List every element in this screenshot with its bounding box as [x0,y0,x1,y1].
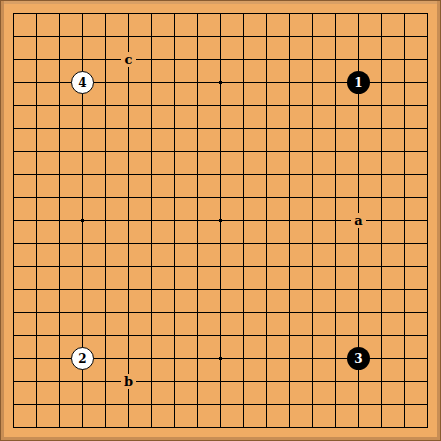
intersection-T5[interactable] [416,324,439,347]
intersection-J11[interactable] [186,186,209,209]
intersection-Q11[interactable] [347,186,370,209]
intersection-O11[interactable] [301,186,324,209]
intersection-G1[interactable] [140,416,163,439]
intersection-D3[interactable] [71,370,94,393]
intersection-J18[interactable] [186,25,209,48]
intersection-N5[interactable] [278,324,301,347]
intersection-H5[interactable] [163,324,186,347]
intersection-Q9[interactable] [347,232,370,255]
intersection-A5[interactable] [2,324,25,347]
intersection-P4[interactable] [324,347,347,370]
intersection-B11[interactable] [25,186,48,209]
intersection-C7[interactable] [48,278,71,301]
intersection-P3[interactable] [324,370,347,393]
intersection-S17[interactable] [393,48,416,71]
intersection-H1[interactable] [163,416,186,439]
intersection-B2[interactable] [25,393,48,416]
intersection-M18[interactable] [255,25,278,48]
intersection-A6[interactable] [2,301,25,324]
intersection-C9[interactable] [48,232,71,255]
intersection-P10[interactable] [324,209,347,232]
intersection-E1[interactable] [94,416,117,439]
intersection-J5[interactable] [186,324,209,347]
intersection-T15[interactable] [416,94,439,117]
intersection-S18[interactable] [393,25,416,48]
intersection-M9[interactable] [255,232,278,255]
intersection-K17[interactable] [209,48,232,71]
intersection-D10[interactable] [71,209,94,232]
intersection-T2[interactable] [416,393,439,416]
intersection-T6[interactable] [416,301,439,324]
intersection-A9[interactable] [2,232,25,255]
intersection-S19[interactable] [393,2,416,25]
intersection-P19[interactable] [324,2,347,25]
intersection-L16[interactable] [232,71,255,94]
intersection-P1[interactable] [324,416,347,439]
intersection-L17[interactable] [232,48,255,71]
intersection-O18[interactable] [301,25,324,48]
intersection-N11[interactable] [278,186,301,209]
intersection-F19[interactable] [117,2,140,25]
intersection-S12[interactable] [393,163,416,186]
intersection-R10[interactable] [370,209,393,232]
intersection-Q1[interactable] [347,416,370,439]
intersection-F5[interactable] [117,324,140,347]
intersection-B4[interactable] [25,347,48,370]
intersection-L8[interactable] [232,255,255,278]
intersection-S3[interactable] [393,370,416,393]
intersection-S10[interactable] [393,209,416,232]
intersection-E6[interactable] [94,301,117,324]
intersection-A11[interactable] [2,186,25,209]
intersection-O4[interactable] [301,347,324,370]
intersection-G14[interactable] [140,117,163,140]
intersection-J8[interactable] [186,255,209,278]
intersection-D12[interactable] [71,163,94,186]
intersection-H13[interactable] [163,140,186,163]
intersection-G5[interactable] [140,324,163,347]
intersection-A12[interactable] [2,163,25,186]
intersection-S15[interactable] [393,94,416,117]
intersection-M2[interactable] [255,393,278,416]
intersection-F14[interactable] [117,117,140,140]
intersection-F9[interactable] [117,232,140,255]
intersection-T14[interactable] [416,117,439,140]
intersection-L5[interactable] [232,324,255,347]
intersection-A15[interactable] [2,94,25,117]
intersection-E5[interactable] [94,324,117,347]
intersection-B15[interactable] [25,94,48,117]
intersection-H10[interactable] [163,209,186,232]
intersection-S7[interactable] [393,278,416,301]
intersection-M16[interactable] [255,71,278,94]
intersection-O14[interactable] [301,117,324,140]
mark-a[interactable]: a [351,213,366,228]
intersection-N15[interactable] [278,94,301,117]
intersection-T3[interactable] [416,370,439,393]
intersection-H17[interactable] [163,48,186,71]
intersection-K14[interactable] [209,117,232,140]
intersection-D15[interactable] [71,94,94,117]
intersection-N7[interactable] [278,278,301,301]
intersection-M1[interactable] [255,416,278,439]
intersection-Q3[interactable] [347,370,370,393]
intersection-N4[interactable] [278,347,301,370]
intersection-A13[interactable] [2,140,25,163]
intersection-S4[interactable] [393,347,416,370]
intersection-L4[interactable] [232,347,255,370]
intersection-K19[interactable] [209,2,232,25]
intersection-G9[interactable] [140,232,163,255]
intersection-L15[interactable] [232,94,255,117]
intersection-J3[interactable] [186,370,209,393]
intersection-B17[interactable] [25,48,48,71]
intersection-S8[interactable] [393,255,416,278]
intersection-N8[interactable] [278,255,301,278]
intersection-N13[interactable] [278,140,301,163]
intersection-A16[interactable] [2,71,25,94]
intersection-L14[interactable] [232,117,255,140]
intersection-Q19[interactable] [347,2,370,25]
intersection-R15[interactable] [370,94,393,117]
intersection-H16[interactable] [163,71,186,94]
intersection-Q7[interactable] [347,278,370,301]
intersection-C11[interactable] [48,186,71,209]
intersection-T18[interactable] [416,25,439,48]
intersection-M13[interactable] [255,140,278,163]
intersection-C17[interactable] [48,48,71,71]
intersection-H9[interactable] [163,232,186,255]
intersection-J9[interactable] [186,232,209,255]
intersection-F7[interactable] [117,278,140,301]
intersection-T16[interactable] [416,71,439,94]
intersection-E13[interactable] [94,140,117,163]
intersection-S6[interactable] [393,301,416,324]
intersection-F12[interactable] [117,163,140,186]
intersection-J2[interactable] [186,393,209,416]
intersection-N14[interactable] [278,117,301,140]
intersection-H18[interactable] [163,25,186,48]
intersection-Q2[interactable] [347,393,370,416]
intersection-P7[interactable] [324,278,347,301]
intersection-M10[interactable] [255,209,278,232]
intersection-R19[interactable] [370,2,393,25]
intersection-E8[interactable] [94,255,117,278]
intersection-N2[interactable] [278,393,301,416]
intersection-N16[interactable] [278,71,301,94]
intersection-T10[interactable] [416,209,439,232]
intersection-Q6[interactable] [347,301,370,324]
intersection-B6[interactable] [25,301,48,324]
intersection-M5[interactable] [255,324,278,347]
intersection-O5[interactable] [301,324,324,347]
intersection-M4[interactable] [255,347,278,370]
intersection-O1[interactable] [301,416,324,439]
intersection-G13[interactable] [140,140,163,163]
intersection-Q18[interactable] [347,25,370,48]
intersection-L10[interactable] [232,209,255,232]
intersection-R3[interactable] [370,370,393,393]
intersection-B3[interactable] [25,370,48,393]
intersection-K13[interactable] [209,140,232,163]
intersection-G12[interactable] [140,163,163,186]
intersection-T13[interactable] [416,140,439,163]
intersection-B7[interactable] [25,278,48,301]
intersection-A19[interactable] [2,2,25,25]
intersection-D9[interactable] [71,232,94,255]
intersection-L9[interactable] [232,232,255,255]
intersection-Q15[interactable] [347,94,370,117]
intersection-M6[interactable] [255,301,278,324]
intersection-S1[interactable] [393,416,416,439]
intersection-P17[interactable] [324,48,347,71]
intersection-D7[interactable] [71,278,94,301]
intersection-B12[interactable] [25,163,48,186]
intersection-J6[interactable] [186,301,209,324]
intersection-E10[interactable] [94,209,117,232]
intersection-C14[interactable] [48,117,71,140]
intersection-P5[interactable] [324,324,347,347]
intersection-P16[interactable] [324,71,347,94]
intersection-A10[interactable] [2,209,25,232]
intersection-H14[interactable] [163,117,186,140]
intersection-K4[interactable] [209,347,232,370]
intersection-C16[interactable] [48,71,71,94]
intersection-E9[interactable] [94,232,117,255]
intersection-E4[interactable] [94,347,117,370]
intersection-D14[interactable] [71,117,94,140]
intersection-E17[interactable] [94,48,117,71]
intersection-C12[interactable] [48,163,71,186]
intersection-D18[interactable] [71,25,94,48]
intersection-N9[interactable] [278,232,301,255]
intersection-C4[interactable] [48,347,71,370]
intersection-E12[interactable] [94,163,117,186]
intersection-S14[interactable] [393,117,416,140]
intersection-T19[interactable] [416,2,439,25]
intersection-L13[interactable] [232,140,255,163]
intersection-R12[interactable] [370,163,393,186]
intersection-J19[interactable] [186,2,209,25]
intersection-T4[interactable] [416,347,439,370]
intersection-O15[interactable] [301,94,324,117]
intersection-R1[interactable] [370,416,393,439]
intersection-N12[interactable] [278,163,301,186]
intersection-H11[interactable] [163,186,186,209]
intersection-P11[interactable] [324,186,347,209]
intersection-K12[interactable] [209,163,232,186]
intersection-R18[interactable] [370,25,393,48]
intersection-L11[interactable] [232,186,255,209]
intersection-F11[interactable] [117,186,140,209]
intersection-P2[interactable] [324,393,347,416]
intersection-G2[interactable] [140,393,163,416]
intersection-C8[interactable] [48,255,71,278]
intersection-G3[interactable] [140,370,163,393]
intersection-E2[interactable] [94,393,117,416]
intersection-J10[interactable] [186,209,209,232]
intersection-C2[interactable] [48,393,71,416]
intersection-Q16[interactable]: 1 [347,71,370,94]
intersection-O8[interactable] [301,255,324,278]
intersection-A1[interactable] [2,416,25,439]
intersection-K1[interactable] [209,416,232,439]
intersection-Q17[interactable] [347,48,370,71]
intersection-G8[interactable] [140,255,163,278]
intersection-F15[interactable] [117,94,140,117]
intersection-T12[interactable] [416,163,439,186]
intersection-A7[interactable] [2,278,25,301]
intersection-N18[interactable] [278,25,301,48]
intersection-C6[interactable] [48,301,71,324]
intersection-T17[interactable] [416,48,439,71]
intersection-M11[interactable] [255,186,278,209]
intersection-S11[interactable] [393,186,416,209]
intersection-L18[interactable] [232,25,255,48]
intersection-H3[interactable] [163,370,186,393]
intersection-B13[interactable] [25,140,48,163]
intersection-K8[interactable] [209,255,232,278]
intersection-O10[interactable] [301,209,324,232]
intersection-K6[interactable] [209,301,232,324]
intersection-K18[interactable] [209,25,232,48]
intersection-L7[interactable] [232,278,255,301]
intersection-E19[interactable] [94,2,117,25]
intersection-J4[interactable] [186,347,209,370]
intersection-B19[interactable] [25,2,48,25]
intersection-Q14[interactable] [347,117,370,140]
intersection-D17[interactable] [71,48,94,71]
intersection-H4[interactable] [163,347,186,370]
intersection-B8[interactable] [25,255,48,278]
intersection-E18[interactable] [94,25,117,48]
intersection-O9[interactable] [301,232,324,255]
intersection-D19[interactable] [71,2,94,25]
intersection-A14[interactable] [2,117,25,140]
intersection-O6[interactable] [301,301,324,324]
intersection-J13[interactable] [186,140,209,163]
intersection-J12[interactable] [186,163,209,186]
intersection-H15[interactable] [163,94,186,117]
intersection-B14[interactable] [25,117,48,140]
intersection-D5[interactable] [71,324,94,347]
intersection-R7[interactable] [370,278,393,301]
intersection-F10[interactable] [117,209,140,232]
intersection-R8[interactable] [370,255,393,278]
intersection-M15[interactable] [255,94,278,117]
intersection-T8[interactable] [416,255,439,278]
intersection-D13[interactable] [71,140,94,163]
intersection-B18[interactable] [25,25,48,48]
intersection-D8[interactable] [71,255,94,278]
intersection-S9[interactable] [393,232,416,255]
mark-c[interactable]: c [121,52,136,67]
intersection-C13[interactable] [48,140,71,163]
intersection-Q12[interactable] [347,163,370,186]
intersection-P18[interactable] [324,25,347,48]
intersection-F16[interactable] [117,71,140,94]
intersection-R4[interactable] [370,347,393,370]
intersection-T9[interactable] [416,232,439,255]
intersection-S5[interactable] [393,324,416,347]
intersection-E15[interactable] [94,94,117,117]
intersection-R9[interactable] [370,232,393,255]
intersection-D6[interactable] [71,301,94,324]
intersection-S16[interactable] [393,71,416,94]
intersection-E7[interactable] [94,278,117,301]
intersection-J16[interactable] [186,71,209,94]
intersection-B5[interactable] [25,324,48,347]
intersection-M14[interactable] [255,117,278,140]
intersection-N10[interactable] [278,209,301,232]
intersection-C1[interactable] [48,416,71,439]
intersection-G19[interactable] [140,2,163,25]
intersection-R2[interactable] [370,393,393,416]
intersection-H2[interactable] [163,393,186,416]
intersection-Q4[interactable]: 3 [347,347,370,370]
intersection-L19[interactable] [232,2,255,25]
stone-black-1[interactable]: 1 [347,71,370,94]
intersection-C19[interactable] [48,2,71,25]
intersection-P8[interactable] [324,255,347,278]
intersection-R13[interactable] [370,140,393,163]
intersection-G10[interactable] [140,209,163,232]
intersection-O3[interactable] [301,370,324,393]
intersection-G15[interactable] [140,94,163,117]
intersection-A18[interactable] [2,25,25,48]
intersection-G11[interactable] [140,186,163,209]
intersection-O19[interactable] [301,2,324,25]
intersection-N19[interactable] [278,2,301,25]
intersection-B1[interactable] [25,416,48,439]
intersection-F18[interactable] [117,25,140,48]
intersection-K3[interactable] [209,370,232,393]
intersection-L1[interactable] [232,416,255,439]
intersection-M8[interactable] [255,255,278,278]
intersection-F17[interactable]: c [117,48,140,71]
intersection-F13[interactable] [117,140,140,163]
intersection-P14[interactable] [324,117,347,140]
intersection-H12[interactable] [163,163,186,186]
intersection-D16[interactable]: 4 [71,71,94,94]
intersection-C10[interactable] [48,209,71,232]
intersection-N3[interactable] [278,370,301,393]
intersection-K11[interactable] [209,186,232,209]
intersection-G7[interactable] [140,278,163,301]
intersection-B9[interactable] [25,232,48,255]
intersection-M3[interactable] [255,370,278,393]
intersection-Q5[interactable] [347,324,370,347]
intersection-D11[interactable] [71,186,94,209]
intersection-G16[interactable] [140,71,163,94]
intersection-K7[interactable] [209,278,232,301]
intersection-P13[interactable] [324,140,347,163]
intersection-A17[interactable] [2,48,25,71]
intersection-K9[interactable] [209,232,232,255]
intersection-P9[interactable] [324,232,347,255]
intersection-P6[interactable] [324,301,347,324]
intersection-L12[interactable] [232,163,255,186]
intersection-K2[interactable] [209,393,232,416]
intersection-M12[interactable] [255,163,278,186]
intersection-A4[interactable] [2,347,25,370]
intersection-O12[interactable] [301,163,324,186]
intersection-J7[interactable] [186,278,209,301]
intersection-M7[interactable] [255,278,278,301]
intersection-O16[interactable] [301,71,324,94]
intersection-F3[interactable]: b [117,370,140,393]
intersection-C3[interactable] [48,370,71,393]
